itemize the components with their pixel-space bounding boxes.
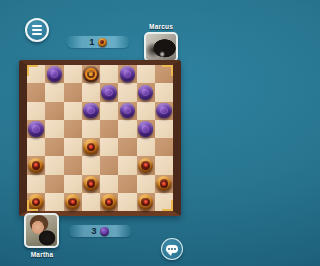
board-square-f2[interactable]: [118, 175, 136, 193]
board-square-e2: [100, 175, 118, 193]
board-square-f1: [118, 193, 136, 211]
board-square-d7: [82, 83, 100, 101]
avatar-marcus[interactable]: [144, 32, 178, 62]
board-square-f5: [118, 120, 136, 138]
board-square-d4[interactable]: [82, 138, 100, 156]
board-square-d6[interactable]: [82, 102, 100, 120]
board-square-g2: [137, 175, 155, 193]
board-square-a7[interactable]: [27, 83, 45, 101]
captured-counter-top: 1: [66, 36, 130, 48]
purple-piece[interactable]: [83, 103, 99, 119]
board-square-f6[interactable]: [118, 102, 136, 120]
board-corner-accent: [162, 200, 173, 211]
board-corner-accent: [27, 200, 38, 211]
board-square-a6: [27, 102, 45, 120]
avatar-martha[interactable]: [24, 213, 59, 248]
purple-piece[interactable]: [138, 121, 154, 137]
captured-counter-bottom: 3: [68, 225, 132, 237]
board-square-h6[interactable]: [155, 102, 173, 120]
bronze-piece[interactable]: [83, 139, 99, 155]
board-square-e4: [100, 138, 118, 156]
hamburger-icon: [32, 25, 42, 27]
board-square-g6: [137, 102, 155, 120]
board-square-c1[interactable]: [64, 193, 82, 211]
board-square-f8[interactable]: [118, 65, 136, 83]
board-square-e7[interactable]: [100, 83, 118, 101]
board-square-h2[interactable]: [155, 175, 173, 193]
board-square-d8[interactable]: ♛: [82, 65, 100, 83]
bronze-piece[interactable]: [83, 176, 99, 192]
board-square-g8: [137, 65, 155, 83]
board-square-c3[interactable]: [64, 156, 82, 174]
bronze-piece[interactable]: [156, 176, 172, 192]
board-square-g5[interactable]: [137, 120, 155, 138]
board-square-h7: [155, 83, 173, 101]
chat-button[interactable]: [161, 238, 183, 260]
board-square-f4[interactable]: [118, 138, 136, 156]
board-square-b8[interactable]: [45, 65, 63, 83]
purple-piece[interactable]: [156, 103, 172, 119]
board-square-b1: [45, 193, 63, 211]
board-square-f7: [118, 83, 136, 101]
board-square-c7[interactable]: [64, 83, 82, 101]
board-square-c6: [64, 102, 82, 120]
board-square-e1[interactable]: [100, 193, 118, 211]
bronze-piece[interactable]: [101, 194, 117, 210]
board-square-f3: [118, 156, 136, 174]
crown-icon: ♛: [83, 66, 99, 82]
captured-count-bottom: 3: [91, 226, 96, 236]
checkers-board: ♛: [19, 60, 181, 216]
board-grid: ♛: [27, 65, 173, 211]
board-square-a4: [27, 138, 45, 156]
board-square-b4[interactable]: [45, 138, 63, 156]
board-square-g7[interactable]: [137, 83, 155, 101]
purple-piece[interactable]: [120, 66, 136, 82]
board-square-d2[interactable]: [82, 175, 100, 193]
board-square-d5: [82, 120, 100, 138]
board-square-e3[interactable]: [100, 156, 118, 174]
board-square-b5: [45, 120, 63, 138]
board-square-a3[interactable]: [27, 156, 45, 174]
board-square-b2[interactable]: [45, 175, 63, 193]
purple-piece[interactable]: [101, 85, 117, 101]
board-square-h3: [155, 156, 173, 174]
board-square-d3: [82, 156, 100, 174]
board-square-g4: [137, 138, 155, 156]
purple-piece[interactable]: [47, 66, 63, 82]
purple-piece[interactable]: [28, 121, 44, 137]
bronze-piece-icon: [98, 38, 107, 47]
board-square-a5[interactable]: [27, 120, 45, 138]
purple-piece[interactable]: [138, 85, 154, 101]
board-corner-accent: [27, 65, 38, 76]
chat-bubble-icon: [166, 245, 178, 254]
board-square-a2: [27, 175, 45, 193]
bronze-piece[interactable]: [138, 194, 154, 210]
bronze-piece[interactable]: [138, 158, 154, 174]
bronze-piece[interactable]: [65, 194, 81, 210]
bronze-piece[interactable]: [28, 158, 44, 174]
board-square-g3[interactable]: [137, 156, 155, 174]
board-corner-accent: [162, 65, 173, 76]
menu-button[interactable]: [25, 18, 49, 42]
board-square-b3: [45, 156, 63, 174]
player-name-top: Marcus: [136, 23, 186, 30]
purple-piece[interactable]: [120, 103, 136, 119]
board-square-d1: [82, 193, 100, 211]
board-square-b6[interactable]: [45, 102, 63, 120]
board-square-c5[interactable]: [64, 120, 82, 138]
player-name-bottom: Martha: [17, 251, 67, 258]
bronze-king-piece[interactable]: ♛: [83, 66, 99, 82]
purple-piece-icon: [100, 227, 109, 236]
board-square-c8: [64, 65, 82, 83]
board-square-g1[interactable]: [137, 193, 155, 211]
board-square-e6: [100, 102, 118, 120]
board-square-e8: [100, 65, 118, 83]
board-square-e5[interactable]: [100, 120, 118, 138]
board-square-h5: [155, 120, 173, 138]
board-square-c4: [64, 138, 82, 156]
board-square-b7: [45, 83, 63, 101]
board-square-h4[interactable]: [155, 138, 173, 156]
captured-count-top: 1: [89, 37, 94, 47]
board-square-c2: [64, 175, 82, 193]
